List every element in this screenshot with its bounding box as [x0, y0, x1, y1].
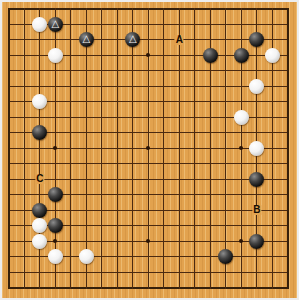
intersection[interactable]	[1, 141, 17, 157]
intersection[interactable]	[48, 125, 64, 141]
intersection[interactable]	[218, 125, 234, 141]
intersection[interactable]: △	[79, 32, 95, 48]
intersection[interactable]	[218, 203, 234, 219]
white-stone[interactable]	[249, 79, 264, 94]
intersection[interactable]	[17, 218, 33, 234]
intersection[interactable]	[94, 218, 110, 234]
intersection[interactable]	[265, 125, 281, 141]
intersection[interactable]	[265, 63, 281, 79]
intersection[interactable]	[48, 1, 64, 17]
intersection[interactable]: △	[48, 17, 64, 33]
intersection[interactable]	[172, 1, 188, 17]
intersection[interactable]	[172, 79, 188, 95]
intersection[interactable]	[141, 156, 157, 172]
intersection[interactable]	[17, 94, 33, 110]
intersection[interactable]	[203, 203, 219, 219]
intersection[interactable]	[172, 249, 188, 265]
intersection[interactable]	[141, 280, 157, 296]
intersection[interactable]	[79, 265, 95, 281]
intersection[interactable]	[125, 249, 141, 265]
intersection[interactable]	[17, 265, 33, 281]
intersection[interactable]	[125, 125, 141, 141]
intersection[interactable]	[110, 203, 126, 219]
intersection[interactable]	[265, 265, 281, 281]
intersection[interactable]	[203, 79, 219, 95]
intersection[interactable]	[265, 234, 281, 250]
intersection[interactable]	[265, 218, 281, 234]
intersection[interactable]	[1, 32, 17, 48]
intersection[interactable]	[203, 187, 219, 203]
intersection[interactable]	[79, 156, 95, 172]
intersection[interactable]	[187, 110, 203, 126]
intersection[interactable]	[280, 17, 296, 33]
black-stone[interactable]	[48, 218, 63, 233]
intersection[interactable]	[156, 218, 172, 234]
intersection[interactable]	[63, 63, 79, 79]
intersection[interactable]	[265, 17, 281, 33]
intersection[interactable]	[172, 17, 188, 33]
intersection[interactable]	[249, 218, 265, 234]
intersection[interactable]	[218, 187, 234, 203]
intersection[interactable]	[48, 48, 64, 64]
intersection[interactable]	[172, 48, 188, 64]
intersection[interactable]	[32, 17, 48, 33]
intersection[interactable]	[1, 187, 17, 203]
intersection[interactable]	[249, 249, 265, 265]
intersection[interactable]	[203, 218, 219, 234]
intersection[interactable]	[63, 265, 79, 281]
intersection[interactable]	[234, 280, 250, 296]
intersection[interactable]	[48, 63, 64, 79]
intersection[interactable]	[63, 187, 79, 203]
intersection[interactable]	[280, 125, 296, 141]
intersection[interactable]	[125, 265, 141, 281]
intersection[interactable]	[156, 79, 172, 95]
intersection[interactable]	[1, 172, 17, 188]
intersection[interactable]	[218, 265, 234, 281]
intersection[interactable]	[125, 156, 141, 172]
intersection[interactable]	[156, 187, 172, 203]
intersection[interactable]	[218, 17, 234, 33]
intersection[interactable]	[32, 110, 48, 126]
intersection[interactable]	[110, 249, 126, 265]
intersection[interactable]	[110, 156, 126, 172]
intersection[interactable]	[172, 218, 188, 234]
intersection[interactable]	[156, 156, 172, 172]
intersection[interactable]	[63, 172, 79, 188]
intersection[interactable]	[234, 63, 250, 79]
intersection[interactable]	[32, 203, 48, 219]
intersection[interactable]	[79, 17, 95, 33]
intersection[interactable]	[172, 234, 188, 250]
intersection[interactable]	[172, 156, 188, 172]
intersection[interactable]	[48, 265, 64, 281]
intersection[interactable]	[79, 187, 95, 203]
intersection[interactable]	[110, 17, 126, 33]
intersection[interactable]	[63, 156, 79, 172]
intersection[interactable]	[110, 79, 126, 95]
intersection[interactable]	[63, 1, 79, 17]
intersection[interactable]	[48, 172, 64, 188]
white-stone[interactable]	[32, 17, 47, 32]
intersection[interactable]	[125, 79, 141, 95]
intersection[interactable]	[218, 280, 234, 296]
intersection[interactable]	[249, 156, 265, 172]
intersection[interactable]	[280, 79, 296, 95]
intersection[interactable]	[17, 203, 33, 219]
intersection[interactable]	[187, 79, 203, 95]
intersection[interactable]	[79, 110, 95, 126]
intersection[interactable]	[249, 32, 265, 48]
intersection[interactable]	[280, 280, 296, 296]
intersection[interactable]	[218, 234, 234, 250]
intersection[interactable]	[218, 218, 234, 234]
intersection[interactable]	[203, 172, 219, 188]
intersection[interactable]	[94, 156, 110, 172]
intersection[interactable]	[32, 156, 48, 172]
intersection[interactable]	[110, 265, 126, 281]
intersection[interactable]	[125, 17, 141, 33]
intersection[interactable]	[156, 63, 172, 79]
intersection[interactable]	[94, 265, 110, 281]
intersection[interactable]	[280, 187, 296, 203]
black-stone[interactable]	[32, 203, 47, 218]
intersection[interactable]	[17, 110, 33, 126]
intersection[interactable]	[94, 125, 110, 141]
intersection[interactable]	[280, 141, 296, 157]
intersection[interactable]	[125, 234, 141, 250]
white-stone[interactable]	[48, 48, 63, 63]
intersection[interactable]	[63, 94, 79, 110]
intersection[interactable]	[110, 187, 126, 203]
intersection[interactable]	[1, 218, 17, 234]
intersection[interactable]	[125, 280, 141, 296]
intersection[interactable]	[63, 110, 79, 126]
intersection[interactable]	[265, 32, 281, 48]
intersection[interactable]	[94, 172, 110, 188]
intersection[interactable]	[79, 1, 95, 17]
white-stone[interactable]	[79, 249, 94, 264]
intersection[interactable]	[203, 48, 219, 64]
intersection[interactable]	[141, 234, 157, 250]
intersection[interactable]	[79, 141, 95, 157]
intersection[interactable]	[79, 172, 95, 188]
intersection[interactable]	[48, 110, 64, 126]
intersection[interactable]	[265, 187, 281, 203]
intersection[interactable]	[94, 1, 110, 17]
intersection[interactable]	[249, 141, 265, 157]
intersection[interactable]	[203, 156, 219, 172]
intersection[interactable]	[280, 218, 296, 234]
intersection[interactable]	[17, 249, 33, 265]
intersection[interactable]	[187, 32, 203, 48]
intersection[interactable]	[17, 32, 33, 48]
intersection[interactable]	[63, 280, 79, 296]
intersection[interactable]	[187, 17, 203, 33]
intersection[interactable]	[32, 32, 48, 48]
intersection[interactable]	[156, 17, 172, 33]
intersection[interactable]	[110, 110, 126, 126]
intersection[interactable]	[94, 17, 110, 33]
intersection[interactable]	[141, 125, 157, 141]
intersection[interactable]	[94, 249, 110, 265]
intersection[interactable]	[94, 234, 110, 250]
intersection[interactable]	[187, 218, 203, 234]
intersection[interactable]	[110, 94, 126, 110]
intersection[interactable]	[94, 141, 110, 157]
intersection[interactable]	[280, 110, 296, 126]
intersection[interactable]	[125, 110, 141, 126]
intersection[interactable]	[218, 63, 234, 79]
intersection[interactable]	[218, 48, 234, 64]
intersection[interactable]	[141, 249, 157, 265]
intersection[interactable]	[234, 187, 250, 203]
intersection[interactable]	[17, 79, 33, 95]
intersection[interactable]	[234, 125, 250, 141]
intersection[interactable]	[141, 48, 157, 64]
intersection[interactable]	[79, 280, 95, 296]
white-stone[interactable]	[32, 234, 47, 249]
black-stone[interactable]: △	[79, 32, 94, 47]
intersection[interactable]	[141, 63, 157, 79]
intersection[interactable]: C	[32, 172, 48, 188]
intersection[interactable]: △	[125, 32, 141, 48]
intersection[interactable]	[203, 17, 219, 33]
intersection[interactable]	[63, 125, 79, 141]
intersection[interactable]	[280, 63, 296, 79]
intersection[interactable]	[187, 156, 203, 172]
intersection[interactable]	[280, 249, 296, 265]
intersection[interactable]	[265, 156, 281, 172]
intersection[interactable]	[141, 94, 157, 110]
intersection[interactable]	[17, 1, 33, 17]
intersection[interactable]	[203, 1, 219, 17]
intersection[interactable]	[280, 203, 296, 219]
point-label-B[interactable]: B	[252, 205, 261, 215]
intersection[interactable]	[203, 94, 219, 110]
intersection[interactable]	[63, 32, 79, 48]
intersection[interactable]	[125, 1, 141, 17]
intersection[interactable]	[110, 48, 126, 64]
intersection[interactable]	[249, 110, 265, 126]
intersection[interactable]	[110, 218, 126, 234]
intersection[interactable]	[218, 94, 234, 110]
intersection[interactable]	[280, 265, 296, 281]
intersection[interactable]	[234, 110, 250, 126]
black-stone[interactable]	[249, 234, 264, 249]
intersection[interactable]: B	[249, 203, 265, 219]
intersection[interactable]	[63, 48, 79, 64]
black-stone[interactable]: △	[125, 32, 140, 47]
intersection[interactable]	[172, 110, 188, 126]
intersection[interactable]	[234, 94, 250, 110]
intersection[interactable]	[187, 280, 203, 296]
white-stone[interactable]	[48, 249, 63, 264]
intersection[interactable]	[110, 63, 126, 79]
intersection[interactable]	[218, 79, 234, 95]
intersection[interactable]	[1, 280, 17, 296]
intersection[interactable]	[125, 218, 141, 234]
intersection[interactable]	[280, 172, 296, 188]
intersection[interactable]	[79, 63, 95, 79]
black-stone[interactable]	[249, 32, 264, 47]
intersection[interactable]	[172, 203, 188, 219]
intersection[interactable]	[203, 280, 219, 296]
intersection[interactable]	[249, 187, 265, 203]
intersection[interactable]	[265, 110, 281, 126]
intersection[interactable]	[17, 63, 33, 79]
intersection[interactable]	[234, 249, 250, 265]
intersection[interactable]	[48, 79, 64, 95]
intersection[interactable]	[48, 32, 64, 48]
intersection[interactable]	[187, 1, 203, 17]
intersection[interactable]	[280, 156, 296, 172]
intersection[interactable]	[32, 125, 48, 141]
intersection[interactable]	[187, 203, 203, 219]
intersection[interactable]	[17, 48, 33, 64]
intersection[interactable]	[32, 94, 48, 110]
intersection[interactable]	[17, 187, 33, 203]
intersection[interactable]	[48, 218, 64, 234]
intersection[interactable]	[94, 280, 110, 296]
intersection[interactable]	[1, 63, 17, 79]
white-stone[interactable]	[32, 94, 47, 109]
intersection[interactable]	[249, 48, 265, 64]
intersection[interactable]	[94, 94, 110, 110]
intersection[interactable]	[125, 203, 141, 219]
intersection[interactable]	[79, 203, 95, 219]
intersection[interactable]	[1, 249, 17, 265]
intersection[interactable]	[32, 249, 48, 265]
intersection[interactable]	[203, 265, 219, 281]
intersection[interactable]	[234, 156, 250, 172]
intersection[interactable]	[172, 125, 188, 141]
intersection[interactable]	[156, 125, 172, 141]
intersection[interactable]	[234, 48, 250, 64]
intersection[interactable]	[1, 234, 17, 250]
intersection[interactable]	[156, 110, 172, 126]
intersection[interactable]	[218, 156, 234, 172]
intersection[interactable]	[249, 79, 265, 95]
intersection[interactable]	[156, 234, 172, 250]
white-stone[interactable]	[234, 110, 249, 125]
intersection[interactable]	[203, 110, 219, 126]
intersection[interactable]	[17, 280, 33, 296]
intersection[interactable]	[110, 172, 126, 188]
intersection[interactable]	[249, 125, 265, 141]
intersection[interactable]	[249, 280, 265, 296]
intersection[interactable]	[249, 234, 265, 250]
intersection[interactable]	[79, 94, 95, 110]
intersection[interactable]	[265, 249, 281, 265]
intersection[interactable]	[234, 172, 250, 188]
intersection[interactable]	[234, 265, 250, 281]
intersection[interactable]	[32, 234, 48, 250]
intersection[interactable]	[249, 94, 265, 110]
intersection[interactable]	[203, 63, 219, 79]
intersection[interactable]	[280, 234, 296, 250]
intersection[interactable]	[203, 125, 219, 141]
intersection[interactable]	[1, 1, 17, 17]
intersection[interactable]	[172, 94, 188, 110]
intersection[interactable]	[203, 32, 219, 48]
intersection[interactable]	[63, 234, 79, 250]
intersection[interactable]	[218, 141, 234, 157]
intersection[interactable]	[265, 48, 281, 64]
intersection[interactable]	[141, 110, 157, 126]
intersection[interactable]	[187, 234, 203, 250]
intersection[interactable]	[249, 172, 265, 188]
intersection[interactable]	[32, 187, 48, 203]
intersection[interactable]	[94, 32, 110, 48]
intersection[interactable]	[249, 63, 265, 79]
intersection[interactable]	[48, 234, 64, 250]
intersection[interactable]	[1, 17, 17, 33]
intersection[interactable]	[17, 17, 33, 33]
black-stone[interactable]	[218, 249, 233, 264]
intersection[interactable]	[110, 234, 126, 250]
intersection[interactable]	[265, 172, 281, 188]
intersection[interactable]	[32, 218, 48, 234]
intersection[interactable]	[249, 17, 265, 33]
intersection[interactable]	[187, 172, 203, 188]
intersection[interactable]	[32, 141, 48, 157]
intersection[interactable]	[1, 265, 17, 281]
intersection[interactable]	[79, 249, 95, 265]
intersection[interactable]	[141, 218, 157, 234]
intersection[interactable]	[156, 249, 172, 265]
intersection[interactable]	[234, 203, 250, 219]
intersection[interactable]	[110, 280, 126, 296]
intersection[interactable]	[1, 125, 17, 141]
intersection[interactable]	[265, 94, 281, 110]
intersection[interactable]	[94, 110, 110, 126]
intersection[interactable]	[234, 32, 250, 48]
intersection[interactable]	[172, 187, 188, 203]
intersection[interactable]	[218, 110, 234, 126]
intersection[interactable]	[187, 48, 203, 64]
intersection[interactable]: A	[172, 32, 188, 48]
intersection[interactable]	[17, 172, 33, 188]
intersection[interactable]	[94, 203, 110, 219]
white-stone[interactable]	[265, 48, 280, 63]
intersection[interactable]	[17, 234, 33, 250]
intersection[interactable]	[156, 203, 172, 219]
intersection[interactable]	[187, 265, 203, 281]
intersection[interactable]	[141, 187, 157, 203]
intersection[interactable]	[141, 79, 157, 95]
intersection[interactable]	[172, 265, 188, 281]
intersection[interactable]	[218, 249, 234, 265]
intersection[interactable]	[187, 141, 203, 157]
intersection[interactable]	[203, 141, 219, 157]
intersection[interactable]	[79, 79, 95, 95]
intersection[interactable]	[280, 32, 296, 48]
intersection[interactable]	[1, 79, 17, 95]
intersection[interactable]	[32, 79, 48, 95]
intersection[interactable]	[156, 94, 172, 110]
intersection[interactable]	[156, 172, 172, 188]
intersection[interactable]	[32, 63, 48, 79]
intersection[interactable]	[79, 48, 95, 64]
intersection[interactable]	[48, 203, 64, 219]
intersection[interactable]	[125, 172, 141, 188]
intersection[interactable]	[110, 32, 126, 48]
intersection[interactable]	[265, 1, 281, 17]
intersection[interactable]	[1, 203, 17, 219]
intersection[interactable]	[94, 63, 110, 79]
intersection[interactable]	[125, 94, 141, 110]
